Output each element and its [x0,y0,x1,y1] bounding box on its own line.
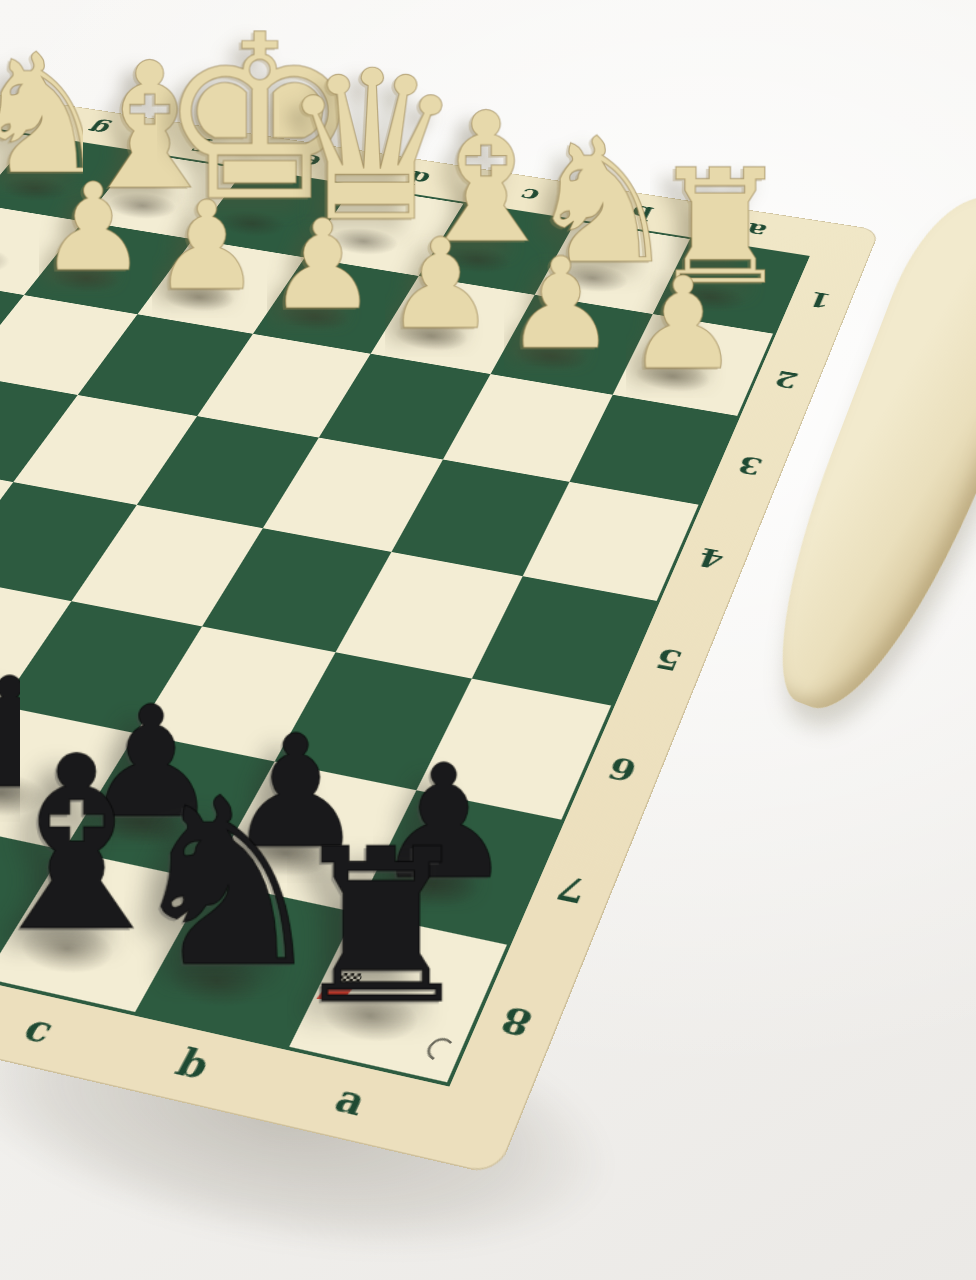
square-d5[interactable] [71,505,262,627]
piece-black-rook-a8[interactable]: ♜ [287,822,477,1034]
piece-white-pawn-a2[interactable]: ♟ [626,260,740,387]
square-c3[interactable] [319,354,491,460]
pieces-layer: ♜♞♝♛♚♝♞♜♟♟♟♟♟♟♟♟♟♟♟♟♟♟♟♟♜♞♝♛♚♝♞♜ [0,81,880,230]
photo-background: hgfedcba hgfedcba 12345678 12345678 ♜♞♝♛… [0,0,976,1280]
piece-white-pawn-b2[interactable]: ♟ [504,241,617,367]
square-d4[interactable] [137,416,319,528]
square-c4[interactable] [263,438,443,552]
square-c5[interactable] [202,528,391,652]
square-b3[interactable] [443,374,613,482]
chess-board: hgfedcba hgfedcba 12345678 12345678 ♜♞♝♛… [0,81,880,1175]
square-f5[interactable] [0,460,13,577]
square-f3[interactable] [0,295,137,395]
piece-white-pawn-g2[interactable]: ♟ [0,149,36,269]
square-b5[interactable] [336,552,523,679]
square-e4[interactable] [13,395,197,505]
square-b4[interactable] [391,460,569,577]
square-e3[interactable] [78,314,253,416]
piece-white-pawn-d2[interactable]: ♟ [267,203,378,327]
square-f4[interactable] [0,374,78,482]
piece-white-pawn-f2[interactable]: ♟ [39,167,148,288]
square-d3[interactable] [197,334,371,438]
scene: hgfedcba hgfedcba 12345678 12345678 ♜♞♝♛… [0,230,880,1280]
square-e5[interactable] [0,482,137,601]
piece-white-pawn-c2[interactable]: ♟ [385,222,497,347]
piece-white-pawn-e2[interactable]: ♟ [152,185,262,307]
